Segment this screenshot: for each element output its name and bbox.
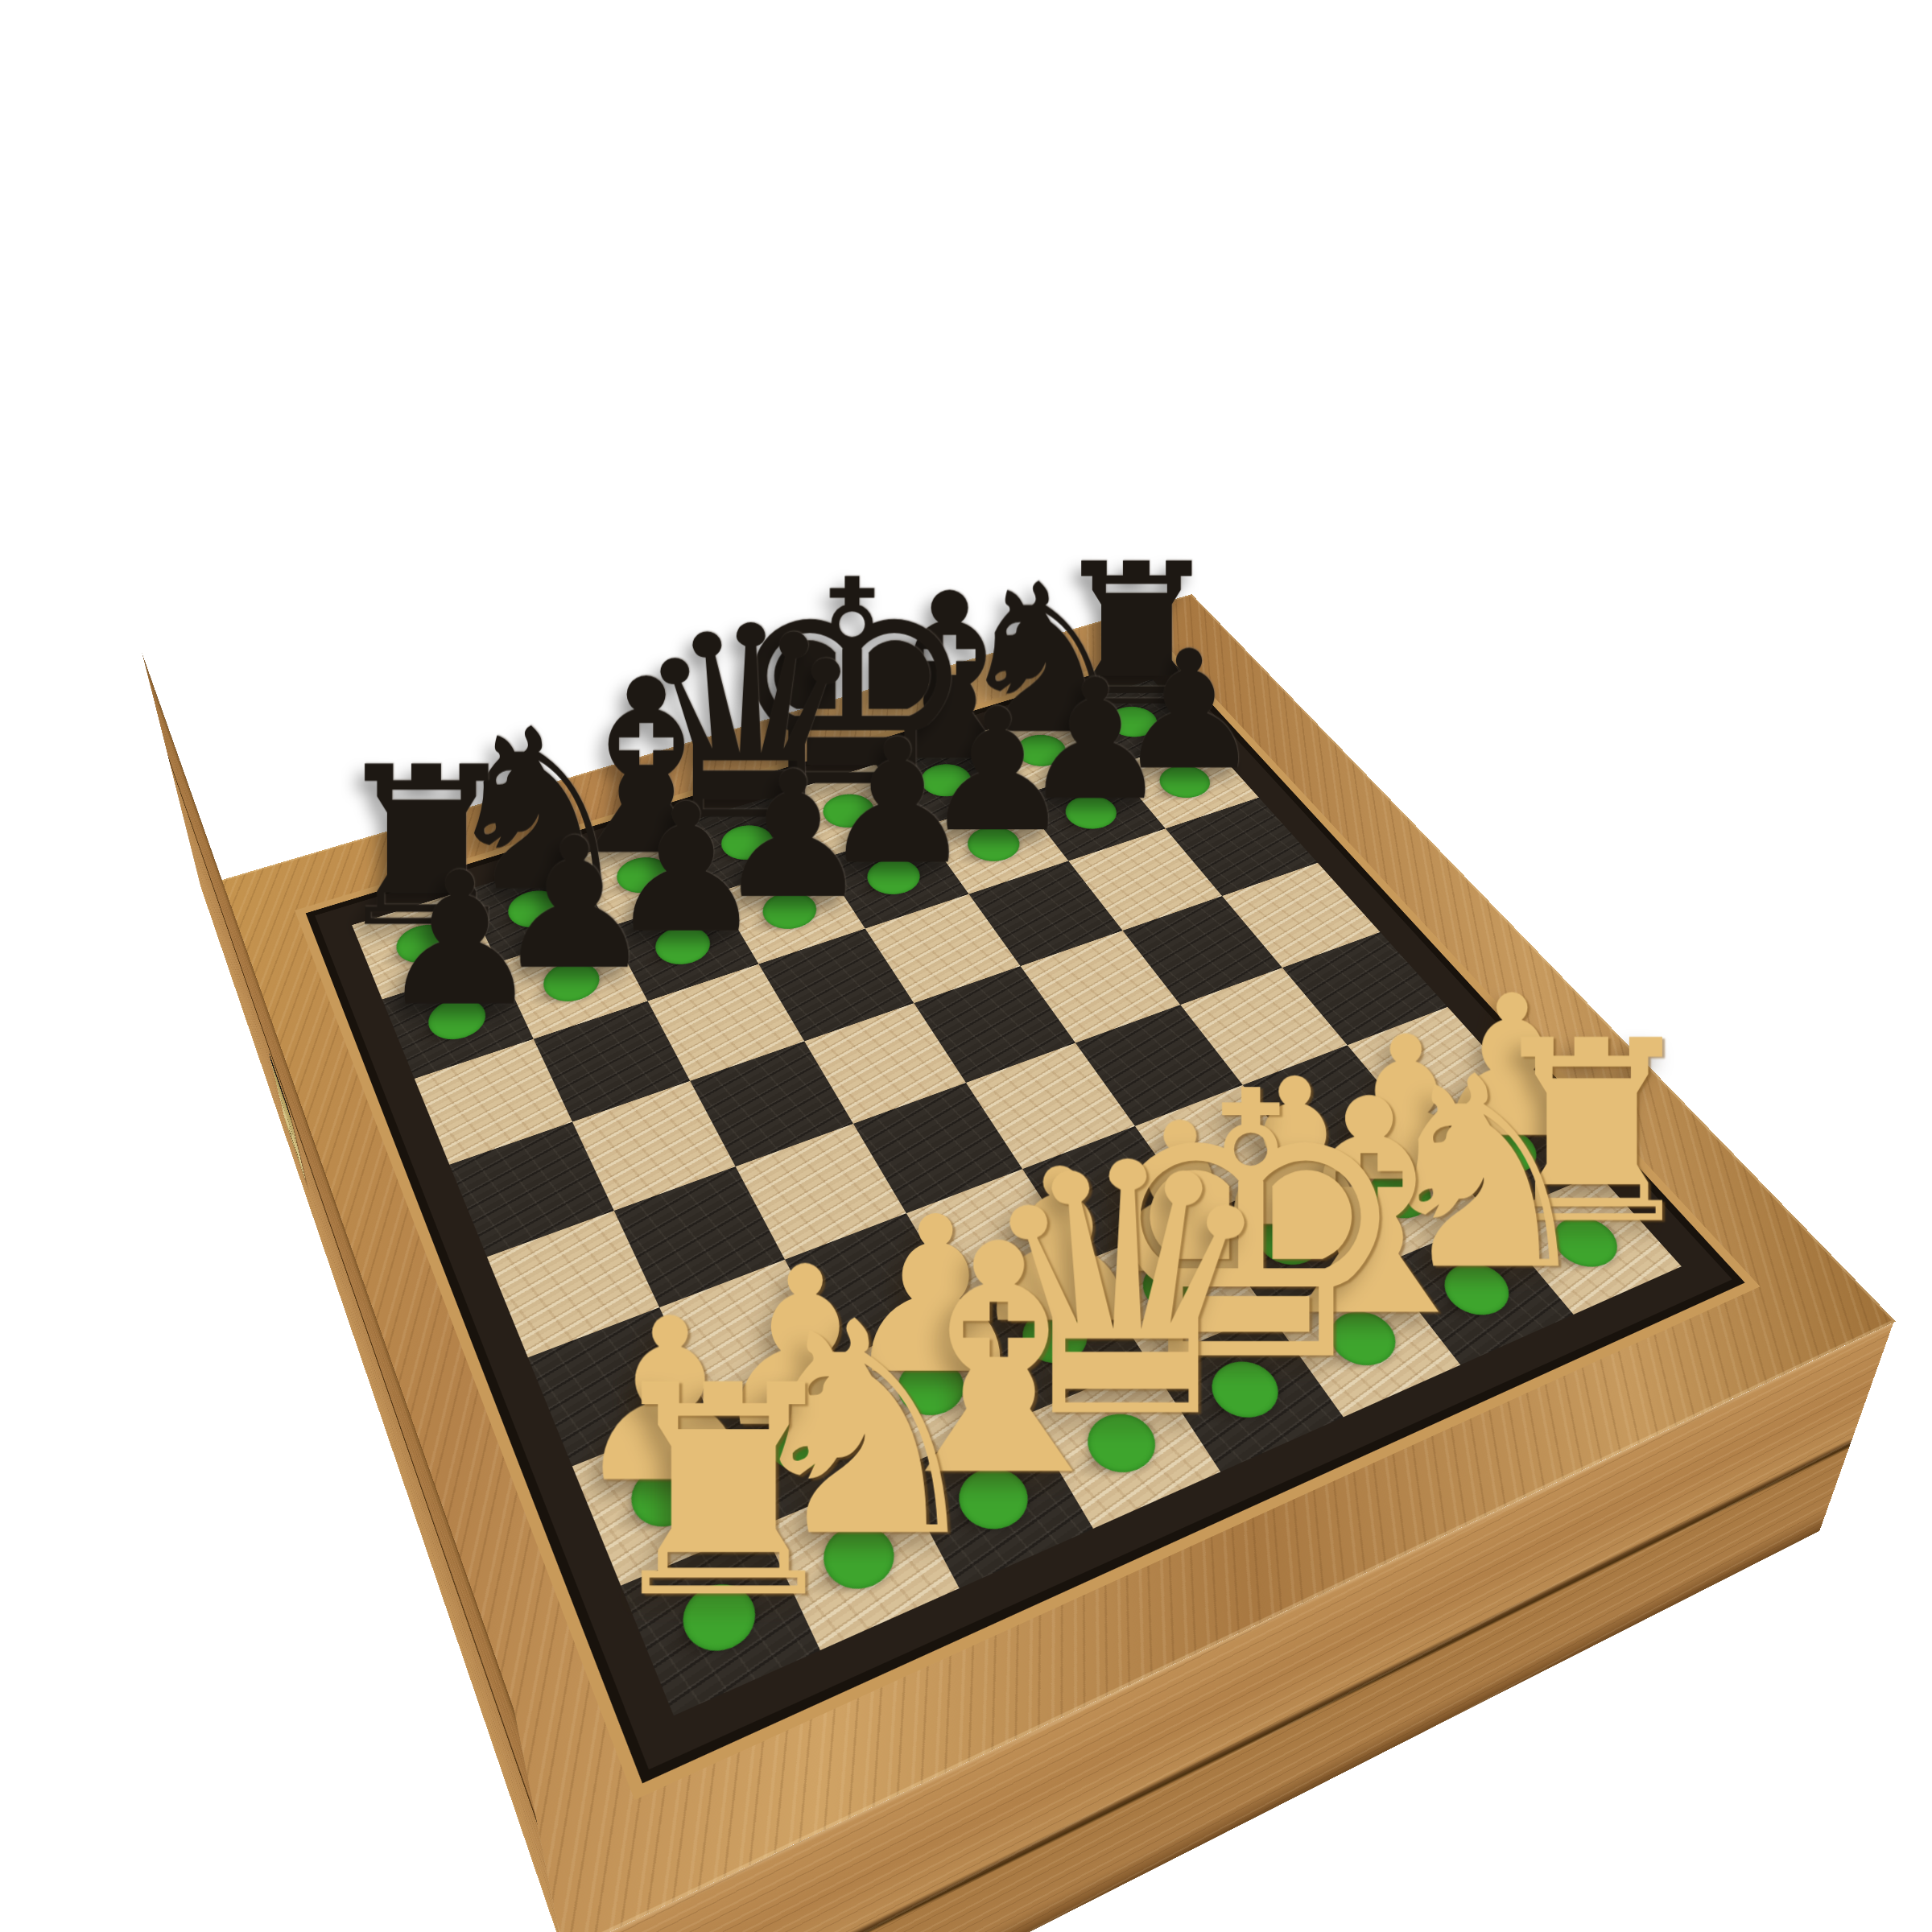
- square-b3[interactable]: [658, 1259, 838, 1412]
- square-f3[interactable]: [1134, 1085, 1310, 1216]
- felt-base: [1357, 1162, 1443, 1226]
- square-c1[interactable]: [896, 1414, 1092, 1588]
- felt-base: [1012, 1300, 1099, 1372]
- piece-shadow: [1408, 1259, 1536, 1342]
- square-a4[interactable]: [487, 1211, 658, 1357]
- square-b4[interactable]: [613, 1166, 785, 1307]
- square-c2[interactable]: [838, 1310, 1025, 1469]
- piece-shadow: [917, 1463, 1056, 1560]
- square-a5[interactable]: [449, 1121, 613, 1257]
- square-f2[interactable]: [1199, 1171, 1382, 1312]
- square-a1[interactable]: [621, 1525, 819, 1715]
- square-c4[interactable]: [736, 1124, 906, 1259]
- square-e3[interactable]: [1022, 1126, 1199, 1262]
- piece-shadow: [725, 1406, 861, 1500]
- square-h1[interactable]: [1492, 1173, 1682, 1315]
- felt-base: [1542, 1209, 1631, 1275]
- piece-shadow: [1173, 1357, 1307, 1447]
- felt-base: [1463, 1120, 1548, 1181]
- square-b2[interactable]: [708, 1360, 896, 1525]
- piece-shadow: [588, 1460, 727, 1558]
- felt-base: [947, 1459, 1040, 1540]
- piece-shadow: [1047, 1409, 1183, 1502]
- felt-base: [1199, 1352, 1290, 1427]
- felt-base: [1318, 1302, 1408, 1374]
- square-f1[interactable]: [1268, 1264, 1460, 1417]
- piece-shadow: [1519, 1213, 1645, 1293]
- felt-base: [813, 1515, 906, 1600]
- square-g1[interactable]: [1382, 1218, 1574, 1365]
- square-c3[interactable]: [785, 1213, 963, 1360]
- square-d2[interactable]: [963, 1261, 1149, 1414]
- square-e2[interactable]: [1083, 1216, 1267, 1363]
- felt-base: [1432, 1255, 1521, 1324]
- felt-base: [673, 1574, 766, 1662]
- piece-shadow: [780, 1520, 923, 1622]
- square-b5[interactable]: [572, 1080, 735, 1211]
- piece-shadow: [1334, 1166, 1457, 1243]
- piece-shadow: [1442, 1124, 1563, 1197]
- felt-base: [887, 1350, 975, 1425]
- felt-base: [1076, 1405, 1168, 1483]
- square-d4[interactable]: [852, 1083, 1022, 1213]
- piece-shadow: [1293, 1307, 1423, 1393]
- piece-shadow: [1105, 1257, 1233, 1340]
- felt-base: [621, 1455, 710, 1537]
- felt-base: [757, 1402, 845, 1480]
- piece-shadow: [638, 1579, 783, 1686]
- square-b1[interactable]: [762, 1469, 960, 1650]
- square-d1[interactable]: [1025, 1362, 1220, 1529]
- piece-shadow: [984, 1304, 1114, 1390]
- clasp-brand-text: MANOPOULOS: [279, 1094, 297, 1148]
- felt-base: [1246, 1207, 1332, 1273]
- square-h2[interactable]: [1417, 1087, 1598, 1218]
- square-a3[interactable]: [528, 1307, 708, 1466]
- felt-base: [1131, 1253, 1218, 1322]
- piece-shadow: [1222, 1211, 1348, 1290]
- square-g2[interactable]: [1310, 1128, 1492, 1264]
- product-photo-scene: ♜♞♝♛♚♝♞♜♟♟♟♟♟♟♟♟♟♟♟♟♟♟♟♟♜♞♝♛♚♝♞♜ ◇◇◇ MAN…: [0, 0, 1932, 1932]
- piece-shadow: [857, 1354, 990, 1443]
- square-e1[interactable]: [1149, 1312, 1343, 1472]
- square-d3[interactable]: [906, 1169, 1083, 1310]
- chess-case: ♜♞♝♛♚♝♞♜♟♟♟♟♟♟♟♟♟♟♟♟♟♟♟♟♜♞♝♛♚♝♞♜ ◇◇◇ MAN…: [200, 594, 1896, 1932]
- square-a2[interactable]: [572, 1412, 762, 1585]
